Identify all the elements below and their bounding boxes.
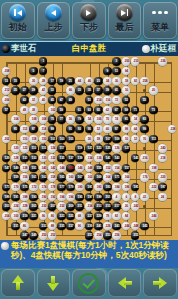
toolbar-button-label: 上步 [44, 21, 62, 34]
black-stone-move-141: 141 [103, 154, 112, 163]
black-stone-move-169: 169 [94, 173, 103, 182]
black-stone-move-255: 255 [131, 231, 140, 240]
white-stone-move-78: 78 [103, 212, 112, 221]
black-stone-move-107: 107 [103, 135, 112, 144]
black-stone-move-211: 211 [75, 202, 84, 211]
black-stone-move-15: 15 [11, 77, 20, 86]
black-stone-move-167: 167 [75, 173, 84, 182]
black-stone-move-199: 199 [94, 193, 103, 202]
black-stone-move-31: 31 [48, 86, 57, 95]
bottom-button-left-arrow[interactable] [108, 269, 142, 297]
toolbar-button-step-back[interactable]: 上步 [37, 2, 71, 39]
white-stone-move-254: 254 [94, 231, 103, 240]
right-arrow-icon [153, 275, 167, 291]
black-stone-move-119: 119 [75, 144, 84, 153]
black-stone-move-111: 111 [149, 135, 158, 144]
bottom-button-down-arrow[interactable] [37, 269, 71, 297]
bottom-button-up-arrow[interactable] [1, 269, 35, 297]
toolbar-button-label: 菜单 [151, 21, 169, 34]
white-stone-move-42: 42 [39, 86, 48, 95]
black-stone-move-203: 203 [2, 202, 11, 211]
black-stone-move-79: 79 [75, 115, 84, 124]
white-stone-move-242: 242 [131, 202, 140, 211]
white-stone-move-146: 146 [75, 164, 84, 173]
black-stone-move-243: 243 [112, 222, 121, 231]
black-stone-move-191: 191 [11, 193, 20, 202]
black-stone-move-23: 23 [94, 77, 103, 86]
black-stone-move-155: 155 [94, 164, 103, 173]
black-stone-move-131: 131 [20, 154, 29, 163]
black-stone-move-177: 177 [57, 183, 66, 192]
black-stone-move-77: 77 [57, 115, 66, 124]
star-point [143, 147, 146, 150]
white-stone-move-122: 122 [20, 144, 29, 153]
black-stone-move-19: 19 [57, 77, 66, 86]
black-stone-move-153: 153 [66, 164, 75, 173]
white-stone-move-106: 106 [94, 115, 103, 124]
white-stone-move-226: 226 [103, 222, 112, 231]
black-stone-move-85: 85 [11, 125, 20, 134]
black-stone-move-207: 207 [48, 202, 57, 211]
step-forward-icon [80, 4, 97, 21]
black-stone-move-37: 37 [94, 86, 103, 95]
white-stone-move-224: 224 [11, 202, 20, 211]
white-stone-move-152: 152 [103, 164, 112, 173]
black-stone-move-83: 83 [140, 115, 149, 124]
white-stone-move-220: 220 [158, 173, 167, 182]
white-stone-move-168: 168 [39, 115, 48, 124]
white-stone-move-166: 166 [122, 173, 131, 182]
black-stone-move-27: 27 [20, 86, 29, 95]
toolbar-button-skip-to-end[interactable]: 最后 [108, 2, 142, 39]
white-stone-move-126: 126 [112, 144, 121, 153]
white-stone-move-14: 14 [131, 115, 140, 124]
white-stone-move-198: 198 [149, 164, 158, 173]
white-stone-move-124: 124 [48, 144, 57, 153]
white-stone-move-90: 90 [75, 222, 84, 231]
white-stone-move-196: 196 [66, 193, 75, 202]
toolbar-button-skip-to-start[interactable]: 初始 [1, 2, 35, 39]
black-stone-move-171: 171 [112, 173, 121, 182]
bottom-toolbar [0, 268, 178, 299]
white-stone-move-108: 108 [29, 115, 38, 124]
black-stone-move-41: 41 [112, 86, 121, 95]
black-stone-move-149: 149 [11, 164, 20, 173]
black-stone-move-195: 195 [75, 193, 84, 202]
black-stone-move-165: 165 [57, 173, 66, 182]
black-stone-move-209: 209 [66, 202, 75, 211]
black-stone-move-161: 161 [29, 173, 38, 182]
black-stone-move-25: 25 [11, 86, 20, 95]
toolbar-button-menu-dots[interactable]: 菜单 [143, 2, 177, 39]
black-stone-move-223: 223 [57, 212, 66, 221]
app-window: 初始上步下步最后菜单 李世石 白中盘胜 朴廷桓 1320021023620857… [0, 0, 178, 299]
white-stone-move-230: 230 [39, 202, 48, 211]
black-stone-move-103: 103 [57, 135, 66, 144]
confirm-check-icon [78, 273, 99, 294]
white-stone-move-258: 258 [140, 77, 149, 86]
black-stone-move-235: 235 [57, 222, 66, 231]
black-stone-move-241: 241 [94, 222, 103, 231]
black-stone-move-121: 121 [85, 144, 94, 153]
white-stone-move-44: 44 [75, 77, 84, 86]
white-stone-move-128: 128 [11, 154, 20, 163]
white-stone-move-120: 120 [11, 144, 20, 153]
black-stone-move-245: 245 [140, 222, 149, 231]
white-stone-move-228: 228 [20, 202, 29, 211]
black-player-name: 李世石 [11, 43, 37, 55]
black-stone-move-47: 47 [57, 96, 66, 105]
bottom-button-confirm-check[interactable] [72, 269, 106, 297]
black-stone-move-183: 183 [103, 183, 112, 192]
white-stone-move-212: 212 [2, 86, 11, 95]
white-stone-move-58: 58 [94, 135, 103, 144]
bottom-button-right-arrow[interactable] [143, 269, 177, 297]
white-stone-move-86: 86 [20, 222, 29, 231]
white-stone-move-194: 194 [57, 193, 66, 202]
white-stone-bullet-icon [1, 242, 9, 250]
white-stone-move-56: 56 [66, 115, 75, 124]
white-stone-move-110: 110 [20, 135, 29, 144]
step-back-icon [45, 4, 62, 21]
star-point [143, 89, 146, 92]
match-info-bar: 每场比赛1盘慢棋(每方1小时，1次1分钟读秒)、4盘快棋(每方10分钟，5次40… [0, 240, 178, 268]
white-stone-move-118: 118 [29, 135, 38, 144]
white-stone-move-4: 4 [112, 193, 121, 202]
black-stone-move-109: 109 [112, 135, 121, 144]
black-stone-move-163: 163 [39, 173, 48, 182]
white-stone-move-70: 70 [103, 115, 112, 124]
white-stone-move-232: 232 [57, 202, 66, 211]
black-stone-move-61: 61 [75, 106, 84, 115]
white-stone-move-154: 154 [112, 164, 121, 173]
black-stone-move-73: 73 [149, 106, 158, 115]
black-stone-move-33: 33 [75, 86, 84, 95]
black-stone-move-29: 29 [29, 86, 38, 95]
go-board[interactable]: 1320021023620857911941315302817192144462… [0, 56, 178, 240]
up-arrow-icon [11, 275, 25, 291]
down-arrow-icon [46, 275, 60, 291]
black-stone-move-43: 43 [20, 96, 29, 105]
black-stone-move-219: 219 [20, 212, 29, 221]
black-stone-move-159: 159 [11, 173, 20, 182]
white-stone-move-112: 112 [20, 125, 29, 134]
white-stone-move-256: 256 [112, 231, 121, 240]
white-stone-move-26: 26 [122, 202, 131, 211]
black-stone-move-229: 229 [94, 212, 103, 221]
white-stone-move-250: 250 [39, 231, 48, 240]
skip-to-start-icon [9, 4, 26, 21]
black-stone-move-125: 125 [103, 144, 112, 153]
status-bar: 李世石 白中盘胜 朴廷桓 [0, 41, 178, 56]
black-stone-move-201: 201 [103, 193, 112, 202]
black-stone-move-117: 117 [57, 144, 66, 153]
white-stone-move-160: 160 [66, 173, 75, 182]
black-stone-move-215: 215 [103, 202, 112, 211]
black-stone-move-105: 105 [66, 135, 75, 144]
black-stone-icon [2, 45, 10, 53]
white-stone-move-62: 62 [103, 106, 112, 115]
white-stone-move-236: 236 [158, 57, 167, 66]
match-info-text: 每场比赛1盘慢棋(每方1小时，1次1分钟读秒)、4盘快棋(每方10分钟，5次40… [11, 241, 176, 260]
white-stone-move-176: 176 [140, 173, 149, 182]
black-stone-move-237: 237 [66, 222, 75, 231]
white-stone-move-214: 214 [94, 96, 103, 105]
black-stone-move-231: 231 [11, 222, 20, 231]
black-stone-move-75: 75 [48, 115, 57, 124]
white-stone-move-52: 52 [94, 125, 103, 134]
black-stone-move-59: 59 [57, 106, 66, 115]
black-stone-move-251: 251 [85, 231, 94, 240]
white-stone-move-38: 38 [29, 106, 38, 115]
black-stone-move-39: 39 [103, 86, 112, 95]
white-stone-move-164: 164 [103, 173, 112, 182]
white-stone-move-170: 170 [11, 183, 20, 192]
black-stone-move-213: 213 [94, 202, 103, 211]
white-stone-icon [142, 45, 150, 53]
white-stone-move-74: 74 [112, 115, 121, 124]
top-toolbar: 初始上步下步最后菜单 [0, 0, 178, 41]
white-stone-move-188: 188 [20, 193, 29, 202]
black-stone-move-123: 123 [94, 144, 103, 153]
toolbar-button-label: 初始 [9, 21, 27, 34]
white-stone-move-158: 158 [48, 173, 57, 182]
white-stone-move-34: 34 [103, 77, 112, 86]
white-player-name: 朴廷桓 [151, 43, 177, 55]
black-stone-move-127: 127 [122, 144, 131, 153]
black-stone-move-65: 65 [94, 106, 103, 115]
white-stone-move-60: 60 [103, 125, 112, 134]
black-stone-move-151: 151 [29, 164, 38, 173]
toolbar-button-label: 下步 [80, 21, 98, 34]
toolbar-button-label: 最后 [116, 21, 134, 34]
black-stone-move-175: 175 [20, 183, 29, 192]
black-player: 李世石 [2, 43, 37, 55]
white-stone-move-138: 138 [20, 164, 29, 173]
white-stone-move-76: 76 [140, 135, 149, 144]
white-stone-move-234: 234 [85, 202, 94, 211]
white-stone-move-20: 20 [149, 86, 158, 95]
menu-dots-icon [152, 4, 169, 21]
black-stone-move-9: 9 [103, 67, 112, 76]
black-stone-move-67: 67 [112, 106, 121, 115]
white-stone-move-252: 252 [48, 231, 57, 240]
white-stone-move-100: 100 [11, 212, 20, 221]
black-stone-move-113: 113 [29, 144, 38, 153]
black-stone-move-3: 3 [112, 57, 121, 66]
white-stone-move-210: 210 [131, 57, 140, 66]
left-arrow-icon [118, 275, 132, 291]
star-point [143, 205, 146, 208]
game-result: 白中盘胜 [72, 43, 106, 55]
black-stone-move-205: 205 [29, 202, 38, 211]
white-stone-move-240: 240 [158, 144, 167, 153]
white-stone-move-162: 162 [85, 173, 94, 182]
white-stone-move-36: 36 [112, 77, 121, 86]
black-stone-move-135: 135 [57, 154, 66, 163]
white-stone-move-182: 182 [94, 183, 103, 192]
black-stone-move-99: 99 [140, 125, 149, 134]
black-stone-move-115: 115 [39, 144, 48, 153]
white-stone-move-116: 116 [103, 96, 112, 105]
white-stone-move-48: 48 [20, 106, 29, 115]
black-stone-move-249: 249 [29, 231, 38, 240]
black-stone-move-1: 1 [39, 57, 48, 66]
white-stone-move-66: 66 [66, 86, 75, 95]
black-stone-move-253: 253 [103, 231, 112, 240]
white-stone-move-104: 104 [11, 115, 20, 124]
black-stone-move-193: 193 [29, 193, 38, 202]
black-stone-move-21: 21 [66, 77, 75, 86]
white-stone-move-238: 238 [168, 125, 177, 134]
white-player: 朴廷桓 [142, 43, 177, 55]
toolbar-button-step-forward[interactable]: 下步 [72, 2, 106, 39]
white-stone-move-200: 200 [122, 57, 131, 66]
white-stone-move-22: 22 [140, 193, 149, 202]
white-stone-move-54: 54 [85, 115, 94, 124]
white-stone-move-144: 144 [57, 164, 66, 173]
white-stone-move-156: 156 [20, 173, 29, 182]
black-stone-move-55: 55 [140, 96, 149, 105]
white-stone-move-216: 216 [140, 154, 149, 163]
black-stone-move-217: 217 [112, 202, 121, 211]
white-stone-move-30: 30 [29, 77, 38, 86]
black-stone-move-35: 35 [85, 86, 94, 95]
white-stone-move-16: 16 [122, 86, 131, 95]
skip-to-end-icon [116, 4, 133, 21]
black-stone-move-81: 81 [122, 115, 131, 124]
white-stone-move-136: 136 [94, 154, 103, 163]
white-stone-move-24: 24 [158, 193, 167, 202]
black-stone-move-247: 247 [20, 231, 29, 240]
